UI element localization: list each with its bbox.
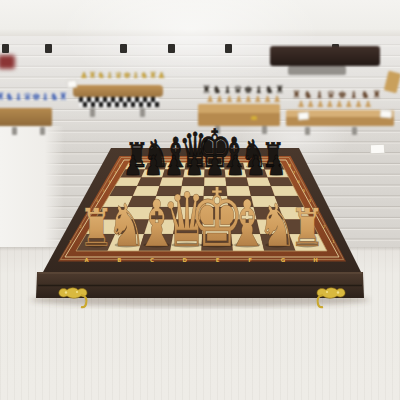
chess-board: ABCDEFGH1122334455667788♜♞♝♛♚♝♞♜♟♟♟♟♟♟♟♟… (0, 0, 400, 400)
rank-label-8: 8 (288, 163, 291, 168)
chess-shop-photo: ♜♞♝♛♚♝♞♜ ♟♜♞♝♛♚♝♞♜♟ ♜♞♝♛♚♝♞♜ ♟♟♟♟♟♟♟♟ ♜♞… (0, 0, 400, 400)
piece-white-rook[interactable]: ♜ (290, 197, 326, 258)
piece-black-pawn[interactable]: ♟ (123, 149, 142, 182)
piece-black-pawn[interactable]: ♟ (144, 149, 163, 182)
chess-board-layer: ABCDEFGH1122334455667788♜♞♝♛♚♝♞♜♟♟♟♟♟♟♟♟… (0, 0, 400, 400)
rank-label-6: 6 (297, 179, 300, 184)
piece-black-pawn[interactable]: ♟ (267, 149, 286, 182)
rank-label-1: 1 (332, 239, 335, 244)
rank-label-7: 7 (293, 170, 296, 175)
rank-label-5: 5 (303, 188, 306, 193)
piece-black-pawn[interactable]: ♟ (247, 149, 266, 182)
